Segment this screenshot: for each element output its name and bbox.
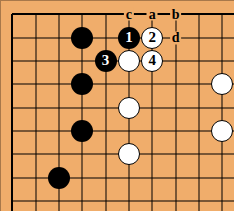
intersection (141, 166, 164, 189)
intersection (47, 49, 70, 72)
black-stone (71, 27, 93, 49)
intersection (117, 166, 140, 189)
intersection (164, 143, 187, 166)
go-board: cab12d34 (0, 0, 234, 211)
intersection (94, 26, 117, 49)
intersection (187, 166, 210, 189)
intersection (24, 26, 47, 49)
intersection: 1 (117, 26, 140, 49)
intersection (1, 143, 24, 166)
go-diagram: cab12d34 (0, 0, 234, 211)
intersection: b (164, 3, 187, 26)
intersection (94, 143, 117, 166)
intersection (164, 189, 187, 211)
intersection (211, 49, 234, 72)
intersection (94, 119, 117, 142)
black-stone (71, 120, 93, 142)
intersection (117, 73, 140, 96)
intersection (211, 96, 234, 119)
black-stone (48, 167, 70, 189)
intersection (47, 96, 70, 119)
white-stone (118, 97, 140, 119)
board-grid: cab12d34 (1, 3, 234, 211)
white-stone (118, 50, 140, 72)
intersection (1, 73, 24, 96)
white-stone (118, 143, 140, 165)
intersection: a (141, 3, 164, 26)
intersection (187, 49, 210, 72)
intersection: 4 (141, 49, 164, 72)
intersection (24, 73, 47, 96)
intersection (211, 166, 234, 189)
intersection (94, 189, 117, 211)
white-stone-move-4: 4 (141, 50, 163, 72)
intersection (187, 189, 210, 211)
intersection (47, 3, 70, 26)
white-stone-move-2: 2 (141, 27, 163, 49)
intersection (141, 119, 164, 142)
intersection (94, 73, 117, 96)
intersection (187, 26, 210, 49)
intersection (1, 49, 24, 72)
intersection (24, 49, 47, 72)
intersection (47, 26, 70, 49)
black-stone-move-1: 1 (118, 27, 140, 49)
intersection (24, 143, 47, 166)
intersection (1, 189, 24, 211)
intersection: 2 (141, 26, 164, 49)
intersection (1, 96, 24, 119)
intersection (117, 189, 140, 211)
intersection (71, 143, 94, 166)
intersection: 3 (94, 49, 117, 72)
white-stone (211, 73, 233, 95)
intersection (24, 3, 47, 26)
intersection (71, 73, 94, 96)
intersection (47, 143, 70, 166)
intersection (24, 166, 47, 189)
intersection (164, 166, 187, 189)
black-stone-move-3: 3 (95, 50, 117, 72)
point-label-d: d (170, 31, 182, 44)
intersection (187, 73, 210, 96)
intersection (1, 166, 24, 189)
intersection: c (117, 3, 140, 26)
intersection (164, 96, 187, 119)
black-stone (71, 73, 93, 95)
intersection (71, 166, 94, 189)
intersection (47, 189, 70, 211)
intersection (164, 49, 187, 72)
white-stone (211, 120, 233, 142)
intersection (117, 143, 140, 166)
intersection (211, 143, 234, 166)
intersection (211, 3, 234, 26)
intersection (1, 3, 24, 26)
intersection (94, 96, 117, 119)
point-label-a: a (147, 8, 158, 21)
intersection (71, 119, 94, 142)
intersection (1, 26, 24, 49)
intersection (164, 73, 187, 96)
intersection (141, 143, 164, 166)
intersection (47, 166, 70, 189)
intersection (117, 96, 140, 119)
intersection (164, 119, 187, 142)
intersection (71, 26, 94, 49)
intersection (24, 119, 47, 142)
intersection (141, 96, 164, 119)
intersection (1, 119, 24, 142)
intersection: d (164, 26, 187, 49)
intersection (71, 189, 94, 211)
intersection (24, 189, 47, 211)
intersection (71, 3, 94, 26)
intersection (211, 189, 234, 211)
point-label-c: c (124, 8, 134, 21)
intersection (187, 3, 210, 26)
intersection (141, 73, 164, 96)
intersection (71, 49, 94, 72)
intersection (47, 73, 70, 96)
intersection (47, 119, 70, 142)
intersection (211, 26, 234, 49)
intersection (94, 166, 117, 189)
intersection (187, 143, 210, 166)
intersection (94, 3, 117, 26)
intersection (71, 96, 94, 119)
intersection (187, 119, 210, 142)
intersection (187, 96, 210, 119)
intersection (24, 96, 47, 119)
point-label-b: b (170, 8, 182, 21)
intersection (117, 119, 140, 142)
intersection (211, 73, 234, 96)
intersection (141, 189, 164, 211)
intersection (211, 119, 234, 142)
intersection (117, 49, 140, 72)
